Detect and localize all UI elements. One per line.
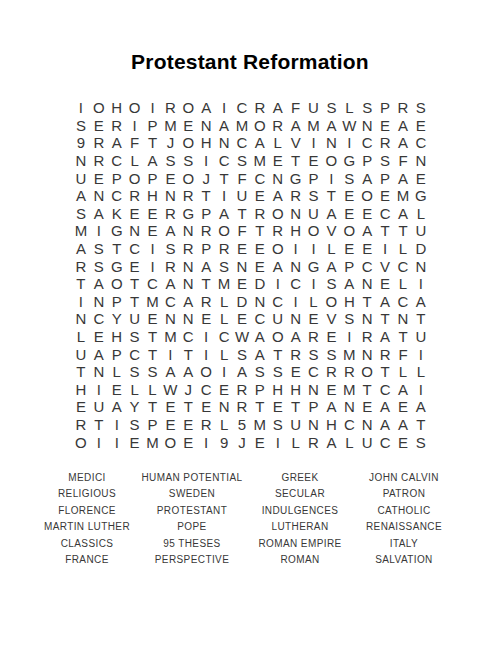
grid-cell: U <box>412 222 430 240</box>
grid-cell: A <box>358 222 376 240</box>
word-search-grid: IOHOIROAICRAFUSLSPRSSERIPMENAMORAMAWNEAE… <box>72 99 430 451</box>
grid-cell: R <box>161 257 179 275</box>
grid-cell: N <box>72 310 90 328</box>
grid-cell: S <box>322 99 340 117</box>
grid-cell: C <box>251 310 269 328</box>
grid-cell: H <box>144 187 162 205</box>
grid-cell: T <box>126 275 144 293</box>
grid-cell: L <box>215 310 233 328</box>
grid-cell: H <box>72 381 90 399</box>
grid-cell: S <box>412 433 430 451</box>
grid-cell: I <box>215 99 233 117</box>
grid-cell: N <box>90 293 108 311</box>
grid-cell: R <box>305 328 323 346</box>
grid-cell: S <box>376 152 394 170</box>
word-list-column: HUMAN POTENTIALSWEDENPROTESTANTPOPE95 TH… <box>141 470 242 568</box>
grid-cell: R <box>322 363 340 381</box>
grid-cell: N <box>358 416 376 434</box>
grid-cell: N <box>269 169 287 187</box>
grid-cell: S <box>340 169 358 187</box>
grid-cell: L <box>144 381 162 399</box>
grid-cell: P <box>144 117 162 135</box>
grid-cell: A <box>394 134 412 152</box>
grid-cell: A <box>90 205 108 223</box>
grid-cell: A <box>72 187 90 205</box>
grid-cell: A <box>287 328 305 346</box>
grid-cell: A <box>90 345 108 363</box>
grid-cell: P <box>358 152 376 170</box>
grid-cell: M <box>144 433 162 451</box>
grid-cell: F <box>287 99 305 117</box>
grid-cell: T <box>394 328 412 346</box>
grid-cell: L <box>412 363 430 381</box>
grid-cell: S <box>72 205 90 223</box>
grid-cell: E <box>322 381 340 399</box>
grid-cell: I <box>144 240 162 258</box>
grid-cell: I <box>144 257 162 275</box>
grid-cell: C <box>358 257 376 275</box>
grid-cell: N <box>412 257 430 275</box>
grid-cell: S <box>215 257 233 275</box>
grid-cell: I <box>215 363 233 381</box>
grid-cell: L <box>340 433 358 451</box>
grid-cell: T <box>72 275 90 293</box>
grid-cell: N <box>287 205 305 223</box>
grid-cell: L <box>394 240 412 258</box>
grid-cell: S <box>161 152 179 170</box>
grid-cell: H <box>340 293 358 311</box>
grid-cell: N <box>394 310 412 328</box>
grid-cell: J <box>197 169 215 187</box>
grid-cell: C <box>394 257 412 275</box>
grid-cell: E <box>108 381 126 399</box>
grid-cell: E <box>126 205 144 223</box>
grid-cell: A <box>251 134 269 152</box>
grid-cell: C <box>287 275 305 293</box>
grid-cell: L <box>287 433 305 451</box>
grid-cell: E <box>269 398 287 416</box>
word-list-item: SALVATION <box>366 552 442 568</box>
grid-cell: A <box>269 257 287 275</box>
word-list-item: CLASSICS <box>44 536 130 552</box>
grid-cell: M <box>161 117 179 135</box>
grid-cell: N <box>358 310 376 328</box>
grid-cell: C <box>376 205 394 223</box>
grid-cell: Y <box>126 398 144 416</box>
grid-cell: L <box>322 240 340 258</box>
grid-cell: R <box>197 416 215 434</box>
grid-cell: L <box>412 205 430 223</box>
grid-cell: I <box>197 152 215 170</box>
grid-cell: T <box>251 398 269 416</box>
grid-cell: C <box>215 152 233 170</box>
grid-cell: C <box>90 310 108 328</box>
grid-cell: S <box>305 187 323 205</box>
grid-cell: 9 <box>215 433 233 451</box>
grid-cell: E <box>358 240 376 258</box>
grid-cell: N <box>358 117 376 135</box>
grid-cell: A <box>197 257 215 275</box>
grid-cell: T <box>197 187 215 205</box>
grid-cell: S <box>269 363 287 381</box>
word-list-item: SECULAR <box>258 486 341 502</box>
grid-cell: U <box>305 205 323 223</box>
grid-cell: U <box>90 398 108 416</box>
grid-cell: E <box>251 257 269 275</box>
grid-cell: F <box>233 169 251 187</box>
grid-cell: I <box>108 416 126 434</box>
grid-cell: T <box>358 293 376 311</box>
grid-cell: S <box>358 99 376 117</box>
grid-cell: T <box>233 205 251 223</box>
grid-cell: O <box>179 134 197 152</box>
grid-cell: R <box>72 416 90 434</box>
grid-cell: L <box>394 275 412 293</box>
grid-cell: A <box>394 169 412 187</box>
grid-cell: C <box>358 134 376 152</box>
grid-cell: O <box>358 363 376 381</box>
grid-cell: I <box>287 240 305 258</box>
grid-cell: R <box>340 363 358 381</box>
grid-cell: A <box>269 99 287 117</box>
grid-cell: E <box>179 416 197 434</box>
grid-cell: E <box>215 381 233 399</box>
grid-cell: F <box>394 152 412 170</box>
grid-cell: A <box>179 293 197 311</box>
grid-cell: U <box>72 345 90 363</box>
grid-cell: N <box>412 152 430 170</box>
grid-cell: N <box>251 293 269 311</box>
grid-cell: T <box>72 363 90 381</box>
grid-cell: T <box>197 275 215 293</box>
grid-cell: L <box>305 293 323 311</box>
grid-cell: C <box>197 381 215 399</box>
grid-cell: L <box>108 363 126 381</box>
word-list-item: 95 THESES <box>141 536 242 552</box>
grid-cell: A <box>322 257 340 275</box>
grid-cell: E <box>340 240 358 258</box>
grid-cell: A <box>394 117 412 135</box>
grid-cell: P <box>108 345 126 363</box>
grid-cell: R <box>215 240 233 258</box>
grid-cell: S <box>90 257 108 275</box>
grid-cell: E <box>251 433 269 451</box>
grid-cell: A <box>90 275 108 293</box>
grid-cell: V <box>322 310 340 328</box>
grid-cell: I <box>322 169 340 187</box>
grid-cell: I <box>376 240 394 258</box>
grid-cell: M <box>251 416 269 434</box>
grid-cell: E <box>340 205 358 223</box>
grid-cell: E <box>233 275 251 293</box>
word-list-item: SWEDEN <box>141 486 242 502</box>
grid-cell: P <box>340 257 358 275</box>
word-list-item: FRANCE <box>44 552 130 568</box>
grid-cell: E <box>233 310 251 328</box>
grid-cell: M <box>233 117 251 135</box>
grid-cell: R <box>90 152 108 170</box>
grid-cell: A <box>161 222 179 240</box>
grid-cell: G <box>108 222 126 240</box>
grid-cell: C <box>233 99 251 117</box>
grid-cell: R <box>305 433 323 451</box>
grid-cell: A <box>394 205 412 223</box>
grid-cell: A <box>322 398 340 416</box>
grid-cell: A <box>376 398 394 416</box>
grid-cell: R <box>269 222 287 240</box>
grid-cell: T <box>287 398 305 416</box>
grid-cell: I <box>340 134 358 152</box>
grid-cell: A <box>412 398 430 416</box>
grid-cell: C <box>161 293 179 311</box>
grid-cell: N <box>90 187 108 205</box>
grid-cell: O <box>269 240 287 258</box>
grid-cell: A <box>161 363 179 381</box>
grid-cell: L <box>126 381 144 399</box>
grid-cell: N <box>287 310 305 328</box>
grid-cell: I <box>412 345 430 363</box>
grid-cell: O <box>305 222 323 240</box>
word-list-item: MARTIN LUTHER <box>44 519 130 535</box>
grid-cell: R <box>251 205 269 223</box>
grid-cell: C <box>376 433 394 451</box>
grid-cell: S <box>251 363 269 381</box>
grid-cell: R <box>376 345 394 363</box>
grid-cell: E <box>161 398 179 416</box>
word-list-item: INDULGENCES <box>258 503 341 519</box>
grid-cell: R <box>179 240 197 258</box>
grid-cell: 5 <box>233 416 251 434</box>
grid-cell: A <box>340 275 358 293</box>
grid-cell: P <box>305 169 323 187</box>
grid-cell: N <box>179 257 197 275</box>
grid-cell: C <box>215 328 233 346</box>
grid-cell: C <box>233 134 251 152</box>
grid-cell: C <box>126 240 144 258</box>
worksheet-page: Protestant Reformation IOHOIROAICRAFUSLS… <box>0 0 500 647</box>
word-list-item: CATHOLIC <box>366 503 442 519</box>
grid-cell: S <box>179 152 197 170</box>
grid-cell: L <box>215 416 233 434</box>
grid-cell: S <box>233 345 251 363</box>
grid-cell: N <box>358 275 376 293</box>
grid-cell: I <box>161 345 179 363</box>
grid-cell: E <box>376 117 394 135</box>
grid-cell: W <box>340 117 358 135</box>
grid-cell: H <box>108 328 126 346</box>
grid-cell: C <box>376 381 394 399</box>
grid-cell: E <box>358 205 376 223</box>
grid-cell: A <box>108 134 126 152</box>
grid-cell: E <box>179 117 197 135</box>
grid-cell: I <box>197 433 215 451</box>
grid-cell: I <box>90 222 108 240</box>
grid-cell: M <box>161 328 179 346</box>
word-list-item: FLORENCE <box>44 503 130 519</box>
grid-cell: S <box>126 328 144 346</box>
grid-cell: I <box>144 99 162 117</box>
grid-cell: S <box>126 416 144 434</box>
grid-cell: T <box>144 398 162 416</box>
word-list-item: JOHN CALVIN <box>366 470 442 486</box>
grid-cell: S <box>144 363 162 381</box>
grid-cell: I <box>412 381 430 399</box>
grid-cell: R <box>161 205 179 223</box>
grid-cell: V <box>287 134 305 152</box>
grid-cell: I <box>305 134 323 152</box>
grid-cell: O <box>179 99 197 117</box>
grid-cell: R <box>108 117 126 135</box>
grid-cell: C <box>394 293 412 311</box>
grid-cell: O <box>322 293 340 311</box>
grid-cell: I <box>340 328 358 346</box>
word-list-item: ITALY <box>366 536 442 552</box>
grid-cell: S <box>126 363 144 381</box>
word-list-item: RELIGIOUS <box>44 486 130 502</box>
grid-cell: F <box>126 134 144 152</box>
grid-cell: N <box>72 152 90 170</box>
grid-cell: E <box>90 169 108 187</box>
grid-cell: E <box>340 187 358 205</box>
grid-cell: D <box>251 275 269 293</box>
grid-cell: T <box>144 328 162 346</box>
grid-cell: P <box>108 293 126 311</box>
grid-cell: A <box>358 169 376 187</box>
grid-cell: G <box>412 187 430 205</box>
grid-cell: 9 <box>72 134 90 152</box>
grid-cell: N <box>305 381 323 399</box>
grid-cell: R <box>269 117 287 135</box>
grid-cell: J <box>161 134 179 152</box>
grid-cell: P <box>144 416 162 434</box>
grid-cell: C <box>108 152 126 170</box>
grid-cell: N <box>126 222 144 240</box>
grid-cell: T <box>215 169 233 187</box>
grid-cell: A <box>376 416 394 434</box>
grid-cell: O <box>215 222 233 240</box>
grid-cell: H <box>287 381 305 399</box>
grid-cell: V <box>322 222 340 240</box>
grid-cell: E <box>90 117 108 135</box>
grid-cell: U <box>126 310 144 328</box>
word-list-item: RENAISSANCE <box>366 519 442 535</box>
grid-cell: H <box>287 222 305 240</box>
grid-cell: O <box>161 433 179 451</box>
grid-cell: T <box>179 345 197 363</box>
grid-cell: D <box>412 240 430 258</box>
grid-cell: I <box>108 433 126 451</box>
grid-cell: E <box>90 328 108 346</box>
grid-cell: O <box>340 222 358 240</box>
word-list-item: POPE <box>141 519 242 535</box>
grid-cell: I <box>412 275 430 293</box>
grid-cell: C <box>305 363 323 381</box>
grid-cell: F <box>394 345 412 363</box>
grid-cell: N <box>197 117 215 135</box>
grid-cell: R <box>72 257 90 275</box>
grid-cell: A <box>161 275 179 293</box>
grid-cell: S <box>322 275 340 293</box>
word-list-item: ROMAN <box>258 552 341 568</box>
grid-cell: O <box>322 152 340 170</box>
grid-cell: T <box>412 416 430 434</box>
grid-cell: G <box>179 205 197 223</box>
grid-cell: E <box>233 240 251 258</box>
grid-cell: N <box>340 398 358 416</box>
grid-cell: E <box>126 257 144 275</box>
grid-cell: T <box>108 240 126 258</box>
grid-cell: T <box>412 310 430 328</box>
grid-cell: E <box>322 328 340 346</box>
grid-cell: V <box>376 257 394 275</box>
grid-cell: O <box>269 205 287 223</box>
grid-cell: S <box>269 416 287 434</box>
grid-cell: S <box>233 152 251 170</box>
grid-cell: E <box>179 433 197 451</box>
grid-cell: R <box>161 99 179 117</box>
grid-cell: L <box>215 293 233 311</box>
grid-cell: T <box>358 381 376 399</box>
grid-cell: E <box>376 187 394 205</box>
grid-cell: C <box>251 169 269 187</box>
grid-cell: H <box>269 381 287 399</box>
grid-cell: N <box>358 345 376 363</box>
grid-cell: P <box>251 381 269 399</box>
grid-cell: T <box>144 134 162 152</box>
grid-cell: W <box>233 328 251 346</box>
grid-cell: N <box>90 363 108 381</box>
grid-cell: I <box>72 99 90 117</box>
grid-cell: N <box>215 398 233 416</box>
grid-cell: K <box>108 205 126 223</box>
grid-cell: S <box>322 345 340 363</box>
grid-cell: S <box>412 99 430 117</box>
grid-cell: N <box>233 257 251 275</box>
grid-cell: A <box>72 240 90 258</box>
grid-cell: M <box>305 117 323 135</box>
grid-cell: I <box>287 293 305 311</box>
grid-cell: C <box>269 293 287 311</box>
grid-cell: E <box>287 363 305 381</box>
grid-cell: U <box>305 99 323 117</box>
word-list-item: PATRON <box>366 486 442 502</box>
grid-cell: E <box>251 187 269 205</box>
grid-cell: A <box>322 205 340 223</box>
grid-cell: E <box>269 152 287 170</box>
grid-cell: O <box>197 363 215 381</box>
grid-cell: N <box>161 187 179 205</box>
grid-cell: O <box>126 99 144 117</box>
grid-cell: N <box>305 416 323 434</box>
grid-cell: A <box>251 345 269 363</box>
word-list-column: MEDICIRELIGIOUSFLORENCEMARTIN LUTHERCLAS… <box>44 470 130 568</box>
grid-cell: T <box>269 345 287 363</box>
grid-cell: I <box>215 187 233 205</box>
grid-cell: S <box>305 345 323 363</box>
grid-cell: E <box>394 398 412 416</box>
grid-cell: E <box>305 310 323 328</box>
word-list-item: HUMAN POTENTIAL <box>141 470 242 486</box>
grid-cell: O <box>126 169 144 187</box>
grid-cell: A <box>376 328 394 346</box>
grid-cell: L <box>72 328 90 346</box>
grid-cell: E <box>72 398 90 416</box>
grid-cell: T <box>90 416 108 434</box>
grid-cell: R <box>251 99 269 117</box>
grid-cell: M <box>144 293 162 311</box>
word-list-item: ROMAN EMPIRE <box>258 536 341 552</box>
grid-cell: S <box>72 117 90 135</box>
